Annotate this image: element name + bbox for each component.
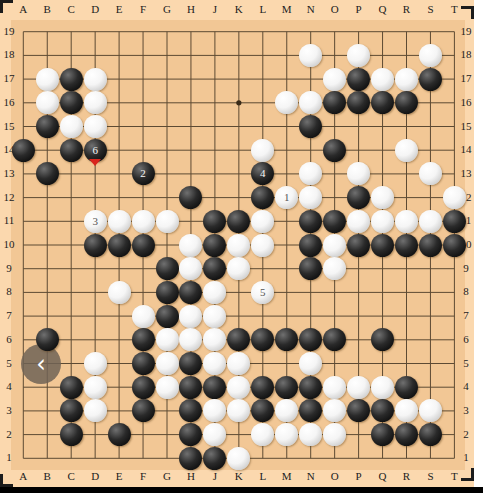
white-stone-L14 [251, 139, 274, 162]
black-stone-F10 [132, 234, 155, 257]
white-stone-R11 [395, 210, 418, 233]
coord-bottom-R: R [403, 470, 410, 482]
coord-top-N: N [307, 3, 315, 15]
white-stone-T12 [443, 186, 466, 209]
corner-mark-bottom-left [0, 474, 13, 487]
black-stone-F6 [132, 328, 155, 351]
white-stone-K10 [227, 234, 250, 257]
white-stone-O17 [323, 68, 346, 91]
black-stone-S17 [419, 68, 442, 91]
coord-top-S: S [427, 3, 433, 15]
black-stone-C2 [60, 423, 83, 446]
coord-left-7: 7 [6, 309, 12, 321]
coord-bottom-C: C [68, 470, 75, 482]
white-stone-G4 [156, 376, 179, 399]
white-stone-Q11 [371, 210, 394, 233]
coord-left-9: 9 [6, 262, 12, 274]
coord-right-2: 2 [463, 428, 469, 440]
coord-left-18: 18 [4, 48, 15, 60]
move-number-6: 6 [92, 145, 98, 156]
black-stone-D10 [84, 234, 107, 257]
coord-left-1: 1 [6, 451, 12, 463]
coord-bottom-B: B [44, 470, 51, 482]
previous-move-button[interactable]: ‹ [21, 344, 61, 384]
coord-right-14: 14 [461, 143, 472, 155]
black-stone-G9 [156, 257, 179, 280]
white-stone-S11 [419, 210, 442, 233]
coord-bottom-M: M [282, 470, 292, 482]
white-stone-C15 [60, 115, 83, 138]
coord-right-9: 9 [463, 262, 469, 274]
coord-top-J: J [213, 3, 217, 15]
coord-right-8: 8 [463, 285, 469, 297]
black-stone-E2 [108, 423, 131, 446]
black-stone-O11 [323, 210, 346, 233]
move-number-1: 1 [284, 192, 290, 203]
white-stone-L10 [251, 234, 274, 257]
coord-bottom-O: O [331, 470, 339, 482]
black-stone-Q2 [371, 423, 394, 446]
black-stone-C4 [60, 376, 83, 399]
black-stone-E10 [108, 234, 131, 257]
coord-right-13: 13 [461, 167, 472, 179]
coord-bottom-K: K [235, 470, 243, 482]
white-stone-Q12 [371, 186, 394, 209]
white-stone-N18 [299, 44, 322, 67]
coord-bottom-D: D [91, 470, 99, 482]
black-stone-R10 [395, 234, 418, 257]
black-stone-S2 [419, 423, 442, 446]
coord-left-2: 2 [6, 428, 12, 440]
window-bottom-bar [0, 487, 483, 493]
go-board[interactable]: AABBCCDDEEFFGGHHJJKKLLMMNNOOPPQQRRSSTT19… [0, 0, 474, 487]
coord-bottom-Q: Q [379, 470, 387, 482]
coord-bottom-S: S [427, 470, 433, 482]
black-stone-K11 [227, 210, 250, 233]
coord-right-16: 16 [461, 96, 472, 108]
coord-left-13: 13 [4, 167, 15, 179]
black-stone-F13: 2 [132, 162, 155, 185]
white-stone-P11 [347, 210, 370, 233]
coord-bottom-L: L [259, 470, 266, 482]
black-stone-H4 [179, 376, 202, 399]
white-stone-L11 [251, 210, 274, 233]
white-stone-D15 [84, 115, 107, 138]
black-stone-A14 [12, 139, 35, 162]
black-stone-B13 [36, 162, 59, 185]
coord-top-R: R [403, 3, 410, 15]
black-stone-T11 [443, 210, 466, 233]
white-stone-G11 [156, 210, 179, 233]
white-stone-P18 [347, 44, 370, 67]
coord-right-5: 5 [463, 357, 469, 369]
white-stone-O10 [323, 234, 346, 257]
coord-left-6: 6 [6, 333, 12, 345]
coord-right-3: 3 [463, 404, 469, 416]
white-stone-B16 [36, 91, 59, 114]
window-right-gutter [474, 0, 483, 487]
coord-top-T: T [451, 3, 458, 15]
coord-right-4: 4 [463, 380, 469, 392]
corner-mark-top-left [0, 0, 13, 13]
black-stone-R2 [395, 423, 418, 446]
coord-left-10: 10 [4, 238, 15, 250]
black-stone-L4 [251, 376, 274, 399]
black-stone-F4 [132, 376, 155, 399]
white-stone-S18 [419, 44, 442, 67]
white-stone-H7 [179, 305, 202, 328]
coord-right-18: 18 [461, 48, 472, 60]
white-stone-G5 [156, 352, 179, 375]
white-stone-D3 [84, 399, 107, 422]
coord-left-12: 12 [4, 191, 15, 203]
black-stone-N11 [299, 210, 322, 233]
coord-bottom-A: A [19, 470, 27, 482]
black-stone-G7 [156, 305, 179, 328]
black-stone-C17 [60, 68, 83, 91]
coord-left-3: 3 [6, 404, 12, 416]
white-stone-D16 [84, 91, 107, 114]
coord-top-A: A [19, 3, 27, 15]
black-stone-C3 [60, 399, 83, 422]
black-stone-S10 [419, 234, 442, 257]
black-stone-F3 [132, 399, 155, 422]
coord-bottom-F: F [140, 470, 146, 482]
white-stone-F11 [132, 210, 155, 233]
white-stone-Q17 [371, 68, 394, 91]
black-stone-M4 [275, 376, 298, 399]
coord-right-17: 17 [461, 72, 472, 84]
coord-top-F: F [140, 3, 146, 15]
coord-bottom-P: P [356, 470, 362, 482]
white-stone-Q4 [371, 376, 394, 399]
coord-left-5: 5 [6, 357, 12, 369]
white-stone-B17 [36, 68, 59, 91]
white-stone-R17 [395, 68, 418, 91]
coord-left-8: 8 [6, 285, 12, 297]
white-stone-K1 [227, 447, 250, 470]
white-stone-R14 [395, 139, 418, 162]
coord-bottom-E: E [116, 470, 123, 482]
white-stone-O4 [323, 376, 346, 399]
black-stone-F5 [132, 352, 155, 375]
move-number-5: 5 [260, 287, 266, 298]
move-number-3: 3 [92, 216, 98, 227]
coord-right-6: 6 [463, 333, 469, 345]
corner-mark-top-right [461, 6, 474, 19]
coord-bottom-J: J [213, 470, 217, 482]
coord-top-C: C [68, 3, 75, 15]
black-stone-P17 [347, 68, 370, 91]
white-stone-J7 [203, 305, 226, 328]
move-number-4: 4 [260, 168, 266, 179]
white-stone-D4 [84, 376, 107, 399]
coord-top-H: H [187, 3, 195, 15]
white-stone-D11: 3 [84, 210, 107, 233]
white-stone-D5 [84, 352, 107, 375]
black-stone-R4 [395, 376, 418, 399]
coord-top-L: L [259, 3, 266, 15]
coord-bottom-H: H [187, 470, 195, 482]
coord-top-E: E [116, 3, 123, 15]
coord-right-7: 7 [463, 309, 469, 321]
black-stone-C14 [60, 139, 83, 162]
coord-right-15: 15 [461, 120, 472, 132]
white-stone-H10 [179, 234, 202, 257]
coord-top-M: M [282, 3, 292, 15]
coord-top-D: D [91, 3, 99, 15]
black-stone-N4 [299, 376, 322, 399]
coord-bottom-N: N [307, 470, 315, 482]
coord-left-11: 11 [4, 214, 15, 226]
coord-top-O: O [331, 3, 339, 15]
coord-top-G: G [163, 3, 171, 15]
coord-left-19: 19 [4, 25, 15, 37]
white-stone-E8 [108, 281, 131, 304]
coord-right-1: 1 [463, 451, 469, 463]
coord-left-4: 4 [6, 380, 12, 392]
black-stone-B6 [36, 328, 59, 351]
black-stone-G8 [156, 281, 179, 304]
black-stone-O14 [323, 139, 346, 162]
black-stone-P10 [347, 234, 370, 257]
black-stone-C16 [60, 91, 83, 114]
coord-bottom-T: T [451, 470, 458, 482]
white-stone-G6 [156, 328, 179, 351]
move-number-2: 2 [140, 168, 146, 179]
black-stone-T10 [443, 234, 466, 257]
black-stone-J10 [203, 234, 226, 257]
coord-top-B: B [44, 3, 51, 15]
coord-bottom-G: G [163, 470, 171, 482]
black-stone-J4 [203, 376, 226, 399]
coord-top-P: P [356, 3, 362, 15]
coord-left-15: 15 [4, 120, 15, 132]
last-move-marker-icon [89, 159, 101, 166]
go-app-window: AABBCCDDEEFFGGHHJJKKLLMMNNOOPPQQRRSSTT19… [0, 0, 483, 493]
white-stone-P4 [347, 376, 370, 399]
coord-left-17: 17 [4, 72, 15, 84]
black-stone-B15 [36, 115, 59, 138]
coord-top-Q: Q [379, 3, 387, 15]
white-stone-D17 [84, 68, 107, 91]
black-stone-N10 [299, 234, 322, 257]
coord-top-K: K [235, 3, 243, 15]
corner-mark-bottom-right [461, 468, 474, 481]
black-stone-Q10 [371, 234, 394, 257]
white-stone-K4 [227, 376, 250, 399]
white-stone-E11 [108, 210, 131, 233]
white-stone-F7 [132, 305, 155, 328]
coord-right-19: 19 [461, 25, 472, 37]
coord-left-16: 16 [4, 96, 15, 108]
black-stone-D14: 6 [84, 139, 107, 162]
